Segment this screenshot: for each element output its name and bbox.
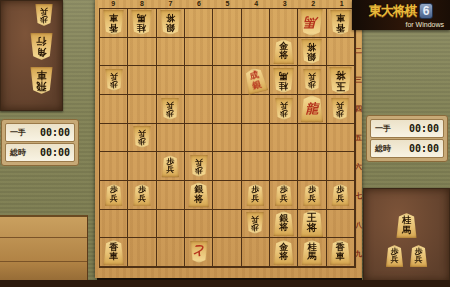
- board-square[interactable]: [213, 210, 241, 239]
- board-square[interactable]: [185, 38, 213, 67]
- board-square[interactable]: [157, 210, 185, 239]
- board-square[interactable]: [242, 238, 270, 267]
- total-time-value: 00:00: [409, 143, 439, 154]
- shogi-piece-歩兵[interactable]: 歩兵: [133, 184, 151, 206]
- board-square[interactable]: [242, 38, 270, 67]
- board-square[interactable]: [100, 124, 128, 153]
- gote-hand-tray: 歩兵角行飛車: [0, 0, 63, 111]
- piece-box: [0, 215, 88, 282]
- move-time-value: 00:00: [40, 127, 70, 138]
- board-square[interactable]: 金将: [270, 238, 298, 267]
- board-square[interactable]: 龍: [298, 95, 326, 124]
- board-square[interactable]: [185, 124, 213, 153]
- board-square[interactable]: 桂馬: [270, 66, 298, 95]
- board-square[interactable]: [213, 95, 241, 124]
- board-square[interactable]: [242, 9, 270, 38]
- sente-hand-row: 桂馬: [396, 213, 417, 238]
- board-square[interactable]: [213, 38, 241, 67]
- board-square[interactable]: [213, 9, 241, 38]
- board-square[interactable]: 歩兵: [128, 181, 156, 210]
- board-grid: 香車桂馬銀将馬香車金将銀将歩兵成銀桂馬歩兵玉将歩兵歩兵龍歩兵歩兵歩兵歩兵歩兵歩兵…: [99, 8, 356, 268]
- board-square[interactable]: [327, 124, 355, 153]
- board-square[interactable]: 銀将: [298, 38, 326, 67]
- board-square[interactable]: 王将: [298, 210, 326, 239]
- shogi-piece-歩兵[interactable]: 歩兵: [410, 245, 428, 267]
- shogi-piece-王将[interactable]: 王将: [300, 210, 323, 237]
- app-title: 東大将棋: [369, 2, 417, 20]
- board-square[interactable]: [213, 238, 241, 267]
- total-time-value: 00:00: [40, 147, 70, 158]
- move-time-label: 一手: [375, 123, 391, 134]
- board-square[interactable]: 歩兵: [327, 95, 355, 124]
- logo: 東大将棋 6: [352, 2, 450, 20]
- board-square[interactable]: [128, 210, 156, 239]
- rank-label: 三: [355, 66, 362, 95]
- file-label: 2: [299, 0, 328, 8]
- board-square[interactable]: [213, 66, 241, 95]
- board-square[interactable]: [242, 124, 270, 153]
- file-label: 7: [156, 0, 185, 8]
- shogi-piece-角行[interactable]: 角行: [30, 33, 53, 60]
- shogi-piece-歩兵[interactable]: 歩兵: [303, 69, 321, 91]
- board-square[interactable]: [157, 124, 185, 153]
- rank-label: 四: [355, 95, 362, 124]
- shogi-piece-歩兵[interactable]: 歩兵: [161, 155, 179, 177]
- shogi-piece-成銀[interactable]: 成銀: [242, 65, 268, 94]
- sente-hand-row: 歩兵歩兵: [386, 245, 428, 267]
- gote-clock: 一手 00:00 総時 00:00: [1, 119, 79, 166]
- board-square[interactable]: [100, 210, 128, 239]
- shogi-piece-金将[interactable]: 金将: [273, 39, 294, 64]
- board-square[interactable]: と: [185, 238, 213, 267]
- board-square[interactable]: [242, 95, 270, 124]
- total-time-label: 総時: [375, 143, 391, 154]
- board-square[interactable]: 歩兵: [157, 152, 185, 181]
- file-label: 8: [128, 0, 157, 8]
- board-square[interactable]: 歩兵: [270, 181, 298, 210]
- rank-label: 二: [355, 37, 362, 66]
- shogi-piece-桂馬[interactable]: 桂馬: [273, 68, 294, 93]
- move-time-value: 00:00: [409, 123, 439, 134]
- logo-banner: 東大将棋 6 for Windows: [352, 0, 450, 30]
- app-window: 987654321 香車桂馬銀将馬香車金将銀将歩兵成銀桂馬歩兵玉将歩兵歩兵龍歩兵…: [0, 0, 450, 287]
- shogi-piece-歩兵[interactable]: 歩兵: [275, 98, 293, 120]
- board-square[interactable]: 歩兵: [270, 95, 298, 124]
- board-square[interactable]: [213, 181, 241, 210]
- app-version: 6: [419, 3, 434, 19]
- rank-label: 六: [355, 152, 362, 181]
- board-square[interactable]: 歩兵: [242, 210, 270, 239]
- board-square[interactable]: [100, 38, 128, 67]
- sente-move-time-row: 一手 00:00: [370, 119, 444, 138]
- shogi-piece-と金[interactable]: と: [190, 241, 208, 263]
- shogi-piece-桂馬[interactable]: 桂馬: [301, 240, 322, 265]
- shogi-piece-歩兵[interactable]: 歩兵: [161, 98, 179, 120]
- piece-box-plank: [0, 237, 87, 238]
- file-labels: 987654321: [99, 0, 356, 8]
- sente-total-time-row: 総時 00:00: [370, 139, 444, 158]
- board-square[interactable]: [157, 238, 185, 267]
- board-square[interactable]: [270, 152, 298, 181]
- board-square[interactable]: [128, 66, 156, 95]
- board-square[interactable]: 歩兵: [327, 181, 355, 210]
- board-square[interactable]: [185, 66, 213, 95]
- sente-hand-tray: 桂馬 歩兵歩兵: [363, 188, 450, 282]
- floor-strip: [0, 280, 450, 287]
- shogi-piece-香車[interactable]: 香車: [103, 240, 124, 265]
- shogi-piece-桂馬[interactable]: 桂馬: [396, 213, 417, 238]
- board-square[interactable]: 歩兵: [100, 181, 128, 210]
- shogi-piece-馬[interactable]: 馬: [300, 9, 323, 36]
- gote-total-time-row: 総時 00:00: [5, 143, 75, 162]
- board-square[interactable]: [185, 95, 213, 124]
- shogi-piece-歩兵[interactable]: 歩兵: [303, 184, 321, 206]
- shogi-piece-桂馬[interactable]: 桂馬: [131, 10, 152, 35]
- file-label: 9: [99, 0, 128, 8]
- shogi-piece-歩兵[interactable]: 歩兵: [133, 126, 151, 148]
- board-square[interactable]: [128, 38, 156, 67]
- board-square[interactable]: 歩兵: [242, 181, 270, 210]
- shogi-piece-玉将[interactable]: 玉将: [329, 67, 352, 94]
- file-label: 5: [213, 0, 242, 8]
- shogi-piece-香車[interactable]: 香車: [330, 240, 351, 265]
- shogi-piece-金将[interactable]: 金将: [273, 240, 294, 265]
- shogi-piece-銀将[interactable]: 銀将: [160, 10, 181, 35]
- rank-label: 九: [355, 239, 362, 268]
- file-label: 4: [242, 0, 271, 8]
- board-square[interactable]: 歩兵: [298, 181, 326, 210]
- board-square[interactable]: 歩兵: [185, 152, 213, 181]
- board-square[interactable]: 香車: [100, 238, 128, 267]
- board-square[interactable]: [100, 95, 128, 124]
- piece-box-plank: [0, 261, 87, 262]
- shogi-piece-歩兵[interactable]: 歩兵: [246, 184, 264, 206]
- rank-label: 七: [355, 181, 362, 210]
- board-square[interactable]: [242, 152, 270, 181]
- total-time-label: 総時: [10, 147, 26, 158]
- rank-label: 八: [355, 210, 362, 239]
- board-square[interactable]: [128, 152, 156, 181]
- board-square[interactable]: [157, 181, 185, 210]
- shogi-piece-歩兵[interactable]: 歩兵: [386, 245, 404, 267]
- board-square[interactable]: 桂馬: [298, 238, 326, 267]
- board-square[interactable]: 銀将: [270, 210, 298, 239]
- board-square[interactable]: [270, 9, 298, 38]
- app-subtitle: for Windows: [352, 21, 450, 28]
- board-square[interactable]: 香車: [100, 9, 128, 38]
- shogi-piece-歩兵[interactable]: 歩兵: [35, 4, 53, 26]
- shogi-piece-銀将[interactable]: 銀将: [273, 211, 294, 236]
- sente-clock: 一手 00:00 総時 00:00: [366, 115, 448, 162]
- board-square[interactable]: 銀将: [185, 181, 213, 210]
- shogi-piece-銀将[interactable]: 銀将: [188, 182, 209, 207]
- board-square[interactable]: 玉将: [327, 66, 355, 95]
- board-square[interactable]: [327, 38, 355, 67]
- board-square[interactable]: [213, 124, 241, 153]
- board-square[interactable]: 歩兵: [298, 66, 326, 95]
- board-square[interactable]: [327, 152, 355, 181]
- move-time-label: 一手: [10, 127, 26, 138]
- file-label: 6: [185, 0, 214, 8]
- shogi-piece-飛車[interactable]: 飛車: [30, 67, 53, 94]
- board-square[interactable]: [157, 66, 185, 95]
- shogi-piece-香車[interactable]: 香車: [330, 10, 351, 35]
- board-square[interactable]: [298, 124, 326, 153]
- board-square[interactable]: 馬: [298, 9, 326, 38]
- board-square[interactable]: 銀将: [157, 9, 185, 38]
- board-square[interactable]: 歩兵: [100, 66, 128, 95]
- board-square[interactable]: [128, 238, 156, 267]
- board-square[interactable]: 成銀: [242, 66, 270, 95]
- shogi-piece-歩兵[interactable]: 歩兵: [331, 98, 349, 120]
- rank-labels: 一二三四五六七八九: [355, 8, 362, 268]
- shogi-piece-歩兵[interactable]: 歩兵: [190, 155, 208, 177]
- board-square[interactable]: 香車: [327, 9, 355, 38]
- board-square[interactable]: 歩兵: [128, 124, 156, 153]
- board-square[interactable]: 香車: [327, 238, 355, 267]
- shogi-piece-歩兵[interactable]: 歩兵: [105, 69, 123, 91]
- board-square[interactable]: 金将: [270, 38, 298, 67]
- rank-label: 五: [355, 124, 362, 153]
- shogi-piece-銀将[interactable]: 銀将: [301, 39, 322, 64]
- board-square[interactable]: [185, 210, 213, 239]
- board-square[interactable]: [185, 9, 213, 38]
- board-square[interactable]: [327, 210, 355, 239]
- shogi-piece-龍王[interactable]: 龍: [300, 95, 323, 122]
- gote-move-time-row: 一手 00:00: [5, 123, 75, 142]
- board-square[interactable]: [213, 152, 241, 181]
- shogi-piece-歩兵[interactable]: 歩兵: [331, 184, 349, 206]
- shogi-piece-歩兵[interactable]: 歩兵: [275, 184, 293, 206]
- file-label: 3: [270, 0, 299, 8]
- board-square[interactable]: [298, 152, 326, 181]
- board-square[interactable]: [100, 152, 128, 181]
- board-square[interactable]: [128, 95, 156, 124]
- shogi-board: 987654321 香車桂馬銀将馬香車金将銀将歩兵成銀桂馬歩兵玉将歩兵歩兵龍歩兵…: [95, 0, 362, 278]
- shogi-piece-歩兵[interactable]: 歩兵: [246, 212, 264, 234]
- shogi-piece-歩兵[interactable]: 歩兵: [105, 184, 123, 206]
- board-square[interactable]: 桂馬: [128, 9, 156, 38]
- board-square[interactable]: [157, 38, 185, 67]
- board-square[interactable]: [270, 124, 298, 153]
- board-square[interactable]: 歩兵: [157, 95, 185, 124]
- shogi-piece-香車[interactable]: 香車: [103, 10, 124, 35]
